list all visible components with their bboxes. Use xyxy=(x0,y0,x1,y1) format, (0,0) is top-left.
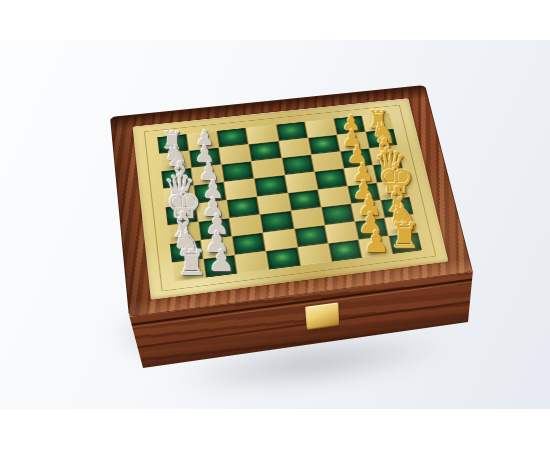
square-h3[interactable] xyxy=(235,251,268,273)
piece-white-rook-h1[interactable]: ♜ xyxy=(176,246,207,281)
product-photo: ♜♟♟♜♞♟♟♞♝♟♟♝♛♟♟♛♚♟♟♚♝♟♟♝♞♟♟♞♜♟♟♜ xyxy=(0,0,550,450)
square-h5[interactable] xyxy=(298,244,331,266)
piece-white-pawn-h2[interactable]: ♟ xyxy=(208,246,235,276)
square-h4[interactable] xyxy=(267,248,300,270)
brass-latch xyxy=(305,302,339,331)
piece-black-rook-h8[interactable]: ♜ xyxy=(389,218,420,253)
piece-black-pawn-h7[interactable]: ♟ xyxy=(363,227,390,257)
square-h6[interactable] xyxy=(328,240,361,262)
